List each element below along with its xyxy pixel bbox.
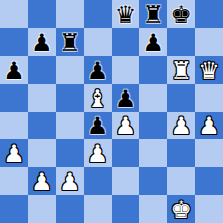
square-a5[interactable] — [0, 84, 28, 112]
square-d6[interactable]: ♟ — [84, 56, 112, 84]
white-pawn-piece[interactable]: ♟ — [59, 170, 81, 194]
square-f7[interactable]: ♟ — [139, 28, 167, 56]
white-bishop-piece[interactable]: ♝ — [87, 87, 109, 111]
square-e3[interactable] — [112, 139, 140, 167]
square-c2[interactable]: ♟ — [56, 167, 84, 195]
black-king-piece[interactable]: ♚ — [170, 3, 192, 27]
square-c7[interactable]: ♜ — [56, 28, 84, 56]
square-b2[interactable]: ♟ — [28, 167, 56, 195]
chess-board: ♛♜♚♟♜♟♟♟♜♛♝♟♟♟♟♟♟♟♟♟♚ — [0, 0, 223, 223]
square-g8[interactable]: ♚ — [167, 0, 195, 28]
black-pawn-piece[interactable]: ♟ — [31, 31, 53, 55]
square-c5[interactable] — [56, 84, 84, 112]
white-pawn-piece[interactable]: ♟ — [198, 114, 220, 138]
white-pawn-piece[interactable]: ♟ — [87, 142, 109, 166]
square-f1[interactable] — [139, 195, 167, 223]
square-a3[interactable]: ♟ — [0, 139, 28, 167]
square-a8[interactable] — [0, 0, 28, 28]
square-g5[interactable] — [167, 84, 195, 112]
square-h4[interactable]: ♟ — [195, 112, 223, 140]
square-b6[interactable] — [28, 56, 56, 84]
black-pawn-piece[interactable]: ♟ — [87, 59, 109, 83]
square-f6[interactable] — [139, 56, 167, 84]
square-e8[interactable]: ♛ — [112, 0, 140, 28]
square-f5[interactable] — [139, 84, 167, 112]
white-pawn-piece[interactable]: ♟ — [31, 170, 53, 194]
square-h3[interactable] — [195, 139, 223, 167]
black-rook-piece[interactable]: ♜ — [143, 3, 165, 27]
square-c8[interactable] — [56, 0, 84, 28]
square-d4[interactable]: ♟ — [84, 112, 112, 140]
square-g2[interactable] — [167, 167, 195, 195]
square-b8[interactable] — [28, 0, 56, 28]
square-g4[interactable]: ♟ — [167, 112, 195, 140]
square-b3[interactable] — [28, 139, 56, 167]
square-f4[interactable] — [139, 112, 167, 140]
square-f3[interactable] — [139, 139, 167, 167]
black-pawn-piece[interactable]: ♟ — [115, 87, 137, 111]
square-f2[interactable] — [139, 167, 167, 195]
square-c1[interactable] — [56, 195, 84, 223]
square-a7[interactable] — [0, 28, 28, 56]
white-rook-piece[interactable]: ♜ — [170, 59, 192, 83]
white-pawn-piece[interactable]: ♟ — [170, 114, 192, 138]
square-c3[interactable] — [56, 139, 84, 167]
square-h5[interactable] — [195, 84, 223, 112]
black-pawn-piece[interactable]: ♟ — [3, 59, 25, 83]
square-g3[interactable] — [167, 139, 195, 167]
square-b7[interactable]: ♟ — [28, 28, 56, 56]
square-h2[interactable] — [195, 167, 223, 195]
black-pawn-piece[interactable]: ♟ — [87, 114, 109, 138]
square-f8[interactable]: ♜ — [139, 0, 167, 28]
square-c4[interactable] — [56, 112, 84, 140]
square-d2[interactable] — [84, 167, 112, 195]
square-e2[interactable] — [112, 167, 140, 195]
square-h6[interactable]: ♛ — [195, 56, 223, 84]
square-g6[interactable]: ♜ — [167, 56, 195, 84]
square-d8[interactable] — [84, 0, 112, 28]
square-b1[interactable] — [28, 195, 56, 223]
white-queen-piece[interactable]: ♛ — [198, 59, 220, 83]
square-e6[interactable] — [112, 56, 140, 84]
square-g7[interactable] — [167, 28, 195, 56]
square-b4[interactable] — [28, 112, 56, 140]
square-d1[interactable] — [84, 195, 112, 223]
square-c6[interactable] — [56, 56, 84, 84]
square-e1[interactable] — [112, 195, 140, 223]
square-d3[interactable]: ♟ — [84, 139, 112, 167]
square-g1[interactable]: ♚ — [167, 195, 195, 223]
square-h8[interactable] — [195, 0, 223, 28]
square-d7[interactable] — [84, 28, 112, 56]
black-pawn-piece[interactable]: ♟ — [143, 31, 165, 55]
black-queen-piece[interactable]: ♛ — [115, 3, 137, 27]
white-king-piece[interactable]: ♚ — [170, 198, 192, 222]
square-b5[interactable] — [28, 84, 56, 112]
square-a1[interactable] — [0, 195, 28, 223]
white-pawn-piece[interactable]: ♟ — [3, 142, 25, 166]
square-a6[interactable]: ♟ — [0, 56, 28, 84]
white-pawn-piece[interactable]: ♟ — [115, 114, 137, 138]
square-h1[interactable] — [195, 195, 223, 223]
black-rook-piece[interactable]: ♜ — [59, 31, 81, 55]
square-e4[interactable]: ♟ — [112, 112, 140, 140]
square-e7[interactable] — [112, 28, 140, 56]
square-a4[interactable] — [0, 112, 28, 140]
square-a2[interactable] — [0, 167, 28, 195]
square-e5[interactable]: ♟ — [112, 84, 140, 112]
square-d5[interactable]: ♝ — [84, 84, 112, 112]
square-h7[interactable] — [195, 28, 223, 56]
